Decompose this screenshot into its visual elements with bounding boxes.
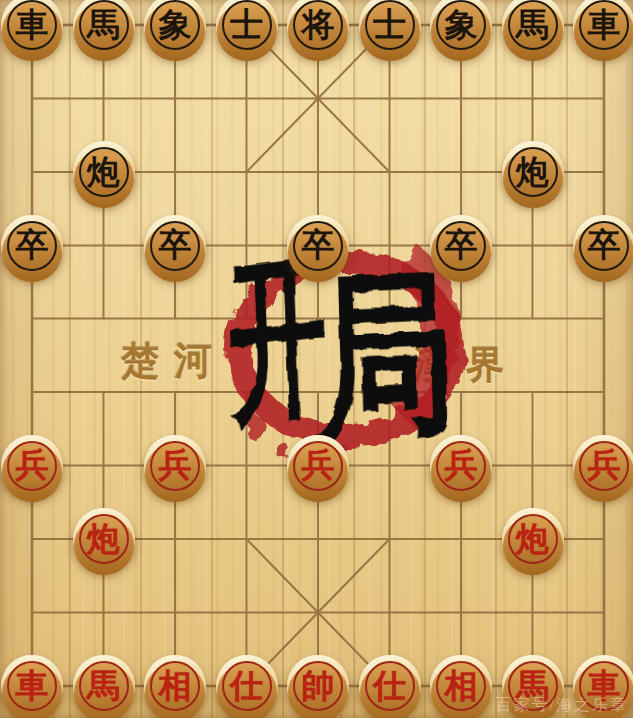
piece-glyph: 兵 bbox=[287, 435, 349, 497]
piece-glyph: 車 bbox=[1, 0, 63, 56]
piece-glyph: 卒 bbox=[144, 215, 206, 277]
piece-glyph: 兵 bbox=[430, 435, 492, 497]
piece-black-advisor[interactable]: 士 bbox=[359, 0, 421, 56]
piece-red-cannon[interactable]: 炮 bbox=[502, 508, 564, 570]
piece-black-soldier[interactable]: 卒 bbox=[144, 215, 206, 277]
piece-glyph: 卒 bbox=[1, 215, 63, 277]
piece-red-advisor[interactable]: 仕 bbox=[216, 655, 278, 717]
piece-black-chariot[interactable]: 車 bbox=[1, 0, 63, 56]
piece-glyph: 兵 bbox=[144, 435, 206, 497]
piece-glyph: 将 bbox=[287, 0, 349, 56]
piece-black-horse[interactable]: 馬 bbox=[73, 0, 135, 56]
piece-red-elephant[interactable]: 相 bbox=[430, 655, 492, 717]
piece-glyph: 仕 bbox=[216, 655, 278, 717]
piece-black-horse[interactable]: 馬 bbox=[502, 0, 564, 56]
piece-glyph: 士 bbox=[359, 0, 421, 56]
watermark-text: 百家号/海之乐章 bbox=[496, 695, 628, 716]
piece-glyph: 象 bbox=[430, 0, 492, 56]
piece-red-general[interactable]: 帥 bbox=[287, 655, 349, 717]
piece-black-chariot[interactable]: 車 bbox=[573, 0, 633, 56]
piece-black-cannon[interactable]: 炮 bbox=[502, 141, 564, 203]
piece-black-advisor[interactable]: 士 bbox=[216, 0, 278, 56]
piece-glyph: 卒 bbox=[287, 215, 349, 277]
piece-black-soldier[interactable]: 卒 bbox=[287, 215, 349, 277]
piece-black-soldier[interactable]: 卒 bbox=[1, 215, 63, 277]
piece-red-elephant[interactable]: 相 bbox=[144, 655, 206, 717]
xiangqi-board[interactable]: 楚河 漢界 开 局 車馬象士将士象馬車炮炮卒卒卒卒卒兵兵兵兵兵炮炮車馬相仕帥仕相… bbox=[0, 0, 633, 718]
piece-black-general[interactable]: 将 bbox=[287, 0, 349, 56]
piece-black-soldier[interactable]: 卒 bbox=[573, 215, 633, 277]
piece-glyph: 馬 bbox=[502, 0, 564, 56]
piece-red-soldier[interactable]: 兵 bbox=[287, 435, 349, 497]
piece-glyph: 卒 bbox=[573, 215, 633, 277]
piece-black-elephant[interactable]: 象 bbox=[144, 0, 206, 56]
piece-glyph: 炮 bbox=[73, 141, 135, 203]
piece-glyph: 炮 bbox=[502, 141, 564, 203]
piece-red-soldier[interactable]: 兵 bbox=[1, 435, 63, 497]
piece-glyph: 象 bbox=[144, 0, 206, 56]
piece-glyph: 士 bbox=[216, 0, 278, 56]
piece-glyph: 兵 bbox=[573, 435, 633, 497]
piece-black-elephant[interactable]: 象 bbox=[430, 0, 492, 56]
piece-red-soldier[interactable]: 兵 bbox=[430, 435, 492, 497]
piece-glyph: 馬 bbox=[73, 0, 135, 56]
piece-glyph: 炮 bbox=[502, 508, 564, 570]
piece-red-soldier[interactable]: 兵 bbox=[144, 435, 206, 497]
piece-glyph: 兵 bbox=[1, 435, 63, 497]
piece-glyph: 相 bbox=[144, 655, 206, 717]
piece-black-cannon[interactable]: 炮 bbox=[73, 141, 135, 203]
piece-glyph: 仕 bbox=[359, 655, 421, 717]
piece-red-cannon[interactable]: 炮 bbox=[73, 508, 135, 570]
piece-glyph: 馬 bbox=[73, 655, 135, 717]
piece-glyph: 炮 bbox=[73, 508, 135, 570]
piece-red-soldier[interactable]: 兵 bbox=[573, 435, 633, 497]
piece-glyph: 車 bbox=[1, 655, 63, 717]
piece-red-advisor[interactable]: 仕 bbox=[359, 655, 421, 717]
piece-glyph: 卒 bbox=[430, 215, 492, 277]
piece-red-horse[interactable]: 馬 bbox=[73, 655, 135, 717]
pieces-layer: 車馬象士将士象馬車炮炮卒卒卒卒卒兵兵兵兵兵炮炮車馬相仕帥仕相馬車 bbox=[0, 0, 633, 718]
piece-red-chariot[interactable]: 車 bbox=[1, 655, 63, 717]
piece-glyph: 車 bbox=[573, 0, 633, 56]
piece-glyph: 相 bbox=[430, 655, 492, 717]
piece-glyph: 帥 bbox=[287, 655, 349, 717]
piece-black-soldier[interactable]: 卒 bbox=[430, 215, 492, 277]
